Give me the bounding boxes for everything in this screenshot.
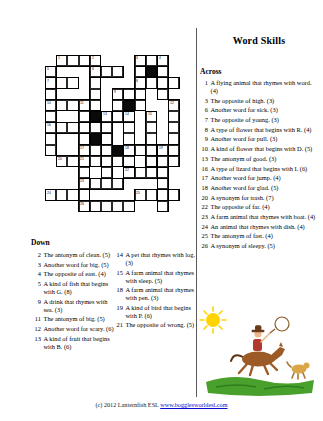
lasso-rope bbox=[270, 317, 289, 333]
clue-number: 6 bbox=[200, 106, 208, 114]
clue-item: 25The antonym of fast. (4) bbox=[200, 232, 319, 240]
grid-cell bbox=[101, 133, 112, 144]
grid-cell bbox=[101, 156, 112, 167]
clue-number: 22 bbox=[200, 203, 208, 211]
grid-cell bbox=[90, 178, 101, 189]
grid-cell: 3 bbox=[135, 55, 146, 66]
grid-cell: 17 bbox=[79, 145, 90, 156]
clue-text: A kind of fruit that begins with B. (6) bbox=[44, 335, 116, 351]
clue-number: 26 bbox=[200, 242, 208, 250]
grid-cell: 25 bbox=[135, 189, 146, 200]
grid-cell: 16 bbox=[45, 122, 56, 133]
clue-item: 20A synonym for trash. (7) bbox=[200, 194, 319, 202]
clue-item: 13A kind of fruit that begins with B. (6… bbox=[33, 335, 115, 351]
grid-cell bbox=[135, 66, 146, 77]
grid-cell bbox=[123, 133, 134, 144]
grid-cell bbox=[168, 145, 179, 156]
clue-text: A farm animal that rhymes with boat. (4) bbox=[211, 213, 320, 221]
grid-cell bbox=[101, 178, 112, 189]
grid-cell bbox=[56, 77, 67, 88]
clue-number: 10 bbox=[200, 145, 208, 153]
black-cell bbox=[123, 100, 134, 111]
grid-cell bbox=[112, 178, 123, 189]
grid-cell bbox=[146, 77, 157, 88]
grid-cell bbox=[45, 89, 56, 100]
grid-cell bbox=[56, 122, 67, 133]
clue-number: 13 bbox=[33, 335, 41, 351]
grid-cell bbox=[157, 77, 168, 88]
clue-item: 1A flying animal that rhymes with word. … bbox=[200, 79, 319, 95]
black-cell bbox=[112, 145, 123, 156]
grid-cell: 8 bbox=[135, 77, 146, 88]
cell-number: 22 bbox=[125, 168, 129, 172]
grid-cell bbox=[90, 77, 101, 88]
grid-cell: 13 bbox=[101, 111, 112, 122]
grid-cell bbox=[123, 201, 134, 212]
across-heading: Across bbox=[200, 67, 222, 76]
grid-cell: 18 bbox=[123, 145, 134, 156]
clue-text: The opposite of east. (4) bbox=[44, 270, 116, 278]
grid-cell bbox=[157, 66, 168, 77]
cell-number: 12 bbox=[170, 101, 174, 105]
clue-number: 18 bbox=[115, 286, 123, 302]
grid-cell bbox=[168, 111, 179, 122]
grid-cell bbox=[90, 156, 101, 167]
clue-item: 4The opposite of east. (4) bbox=[33, 270, 115, 278]
cell-number: 23 bbox=[80, 179, 84, 183]
cell-number: 18 bbox=[125, 146, 129, 150]
grid-cell: 5 bbox=[45, 66, 56, 77]
grid-cell bbox=[146, 145, 157, 156]
clue-item: 3The opposite of high. (3) bbox=[200, 97, 319, 105]
clue-text: A pet that rhymes with log. (3) bbox=[126, 251, 198, 267]
calf bbox=[287, 362, 310, 379]
cell-number: 19 bbox=[159, 146, 163, 150]
grid-cell bbox=[135, 100, 146, 111]
clue-number: 5 bbox=[33, 280, 41, 296]
grid-cell bbox=[146, 189, 157, 200]
clue-text: A kind of bird that begins with P. (6) bbox=[126, 304, 198, 320]
clue-number: 25 bbox=[200, 232, 208, 240]
clue-number: 19 bbox=[115, 304, 123, 320]
clue-text: The opposite of far. (4) bbox=[211, 203, 320, 211]
clue-number: 2 bbox=[33, 251, 41, 259]
clue-text: The antonym of big. (5) bbox=[44, 315, 116, 323]
clue-number: 14 bbox=[115, 251, 123, 267]
grid-cell bbox=[157, 178, 168, 189]
clue-item: 26A synonym of sleepy. (5) bbox=[200, 242, 319, 250]
grid-cell bbox=[168, 122, 179, 133]
grid-cell bbox=[79, 133, 90, 144]
copyright-text: (c) 2012 Lanternfish ESL bbox=[95, 401, 160, 408]
grid-cell bbox=[79, 111, 90, 122]
grid-cell bbox=[168, 77, 179, 88]
grid-cell bbox=[123, 156, 134, 167]
clue-number: 3 bbox=[200, 97, 208, 105]
grid-cell: 26 bbox=[79, 201, 90, 212]
grid-cell bbox=[90, 89, 101, 100]
cell-number: 10 bbox=[47, 101, 51, 105]
grid-cell: 11 bbox=[79, 100, 90, 111]
grid-cell bbox=[157, 89, 168, 100]
black-cell bbox=[90, 133, 101, 144]
clue-number: 9 bbox=[33, 298, 41, 314]
page-title: Word Skills bbox=[199, 35, 319, 46]
cell-number: 5 bbox=[47, 67, 49, 71]
clue-number: 9 bbox=[200, 135, 208, 143]
grid-cell bbox=[79, 55, 90, 66]
cell-number: 6 bbox=[92, 67, 94, 71]
grid-cell bbox=[123, 122, 134, 133]
cell-number: 1 bbox=[58, 56, 60, 60]
grid-cell bbox=[67, 100, 78, 111]
grid-cell bbox=[101, 66, 112, 77]
grid-cell: 15 bbox=[146, 111, 157, 122]
clue-item: 15A farm animal that rhymes with sleep. … bbox=[115, 269, 197, 285]
cowboy-rider bbox=[252, 325, 271, 351]
clue-item: 9A drink that rhymes with sea. (3) bbox=[33, 298, 115, 314]
grid-cell bbox=[67, 189, 78, 200]
clue-text: The opposite of young. (3) bbox=[211, 116, 320, 124]
cartoon-cowboy-image bbox=[198, 303, 320, 398]
clue-number: 12 bbox=[33, 325, 41, 333]
grid-cell bbox=[67, 156, 78, 167]
grid-cell: 12 bbox=[168, 100, 179, 111]
clue-text: Another word for big. (5) bbox=[44, 261, 116, 269]
clue-item: 18Another word for glad. (5) bbox=[200, 184, 319, 192]
clue-text: Another word for scary. (6) bbox=[44, 325, 116, 333]
grid-cell bbox=[157, 201, 168, 212]
grid-cell bbox=[45, 145, 56, 156]
grid-cell bbox=[146, 156, 157, 167]
grid-cell bbox=[101, 122, 112, 133]
grid-cell bbox=[90, 122, 101, 133]
grid-cell bbox=[101, 145, 112, 156]
clue-number: 20 bbox=[200, 194, 208, 202]
clue-item: 17Another word for jump. (4) bbox=[200, 174, 319, 182]
clue-number: 16 bbox=[200, 165, 208, 173]
clue-number: 21 bbox=[115, 321, 123, 329]
clue-text: Another word for sick. (3) bbox=[211, 106, 320, 114]
grid-cell bbox=[112, 66, 123, 77]
clue-item: 9Another word for pull. (3) bbox=[200, 135, 319, 143]
cell-number: 9 bbox=[114, 90, 116, 94]
clue-item: 3Another word for big. (5) bbox=[33, 261, 115, 269]
cell-number: 20 bbox=[58, 157, 62, 161]
clue-number: 8 bbox=[200, 126, 208, 134]
cell-number: 3 bbox=[136, 56, 138, 60]
grid-cell bbox=[90, 100, 101, 111]
grid-cell: 1 bbox=[56, 55, 67, 66]
grid-cell bbox=[157, 189, 168, 200]
clue-number: 7 bbox=[200, 116, 208, 124]
clue-item: 22The opposite of far. (4) bbox=[200, 203, 319, 211]
grid-cell bbox=[135, 167, 146, 178]
panel-divider-line bbox=[196, 28, 197, 397]
clue-number: 24 bbox=[200, 223, 208, 231]
grid-cell bbox=[146, 55, 157, 66]
cell-number: 13 bbox=[103, 112, 107, 116]
grid-cell bbox=[45, 111, 56, 122]
clue-text: A drink that rhymes with sea. (3) bbox=[44, 298, 116, 314]
grid-cell bbox=[112, 201, 123, 212]
grid-cell bbox=[79, 189, 90, 200]
cell-number: 17 bbox=[80, 146, 84, 150]
grid-cell bbox=[101, 201, 112, 212]
clue-number: 15 bbox=[115, 269, 123, 285]
footer-url-link[interactable]: www.bogglesworldesl.com bbox=[160, 401, 227, 408]
clue-item: 24An animal that rhymes with dish. (4) bbox=[200, 223, 319, 231]
black-cell bbox=[146, 66, 157, 77]
grid-cell bbox=[135, 89, 146, 100]
clue-text: The antonym of clean. (5) bbox=[44, 251, 116, 259]
clue-item: 10A kind of flower that begins with D. (… bbox=[200, 145, 319, 153]
grid-cell bbox=[45, 133, 56, 144]
clue-text: A kind of fish that begins with G. (8) bbox=[44, 280, 116, 296]
sun-icon bbox=[200, 307, 226, 333]
clue-text: A type of lizard that begins with I. (6) bbox=[211, 165, 320, 173]
grid-cell bbox=[101, 167, 112, 178]
clue-item: 14A pet that rhymes with log. (3) bbox=[115, 251, 197, 267]
cell-number: 4 bbox=[159, 56, 161, 60]
grid-cell bbox=[146, 167, 157, 178]
clue-item: 11The antonym of big. (5) bbox=[33, 315, 115, 323]
grid-cell bbox=[79, 122, 90, 133]
clue-text: A synonym for trash. (7) bbox=[211, 194, 320, 202]
clue-item: 16A type of lizard that begins with I. (… bbox=[200, 165, 319, 173]
clue-text: A farm animal that rhymes with pen. (3) bbox=[126, 286, 198, 302]
grid-cell bbox=[168, 133, 179, 144]
cell-number: 2 bbox=[92, 56, 94, 60]
clue-number: 3 bbox=[33, 261, 41, 269]
grid-cell: 7 bbox=[45, 77, 56, 88]
grid-cell: 20 bbox=[56, 156, 67, 167]
grid-cell: 21 bbox=[79, 156, 90, 167]
cell-number: 8 bbox=[136, 79, 138, 83]
grid-cell bbox=[112, 111, 123, 122]
cell-number: 24 bbox=[47, 191, 51, 195]
clue-number: 17 bbox=[200, 174, 208, 182]
clue-number: 4 bbox=[33, 270, 41, 278]
grid-cell bbox=[56, 100, 67, 111]
grid-cell: 24 bbox=[45, 189, 56, 200]
grid-cell bbox=[123, 89, 134, 100]
clue-number: 11 bbox=[33, 315, 41, 323]
grid-cell bbox=[90, 201, 101, 212]
down-clue-list-col2: 14A pet that rhymes with log. (3)15A far… bbox=[115, 251, 197, 331]
clue-text: An animal that rhymes with dish. (4) bbox=[211, 223, 320, 231]
cell-number: 16 bbox=[47, 123, 51, 127]
clue-item: 13The antonym of good. (3) bbox=[200, 155, 319, 163]
grid-cell bbox=[168, 189, 179, 200]
clue-item: 21The opposite of wrong. (5) bbox=[115, 321, 197, 329]
grid-cell bbox=[146, 122, 157, 133]
clue-item: 19A kind of bird that begins with P. (6) bbox=[115, 304, 197, 320]
grid-cell: 9 bbox=[112, 89, 123, 100]
clue-text: The opposite of high. (3) bbox=[211, 97, 320, 105]
grid-cell bbox=[168, 156, 179, 167]
grid-cell: 6 bbox=[90, 66, 101, 77]
black-cell bbox=[90, 111, 101, 122]
down-heading: Down bbox=[31, 238, 50, 247]
cell-number: 15 bbox=[148, 112, 152, 116]
cell-number: 11 bbox=[80, 101, 84, 105]
clue-text: A kind of flower that begins with D. (5) bbox=[211, 145, 320, 153]
crossword-grid: 1234567891011121314151617181920212223242… bbox=[45, 55, 181, 213]
clue-number: 1 bbox=[200, 79, 208, 95]
grid-cell bbox=[135, 145, 146, 156]
grid-cell: 23 bbox=[79, 178, 90, 189]
cell-number: 21 bbox=[80, 157, 84, 161]
clue-item: 2The antonym of clean. (5) bbox=[33, 251, 115, 259]
across-clue-list: 1A flying animal that rhymes with word. … bbox=[200, 79, 319, 252]
grid-cell bbox=[79, 167, 90, 178]
clue-text: The antonym of good. (3) bbox=[211, 155, 320, 163]
cell-number: 26 bbox=[80, 202, 84, 206]
clue-text: Another word for jump. (4) bbox=[211, 174, 320, 182]
grid-cell: 10 bbox=[45, 100, 56, 111]
grid-cell bbox=[56, 189, 67, 200]
grid-cell bbox=[112, 156, 123, 167]
grid-cell bbox=[67, 55, 78, 66]
grid-cell bbox=[146, 133, 157, 144]
clue-item: 6Another word for sick. (3) bbox=[200, 106, 319, 114]
clue-text: The opposite of wrong. (5) bbox=[126, 321, 198, 329]
grid-cell: 4 bbox=[157, 55, 168, 66]
grid-cell bbox=[90, 145, 101, 156]
clue-item: 12Another word for scary. (6) bbox=[33, 325, 115, 333]
clue-text: Another word for pull. (3) bbox=[211, 135, 320, 143]
clue-text: A synonym of sleepy. (5) bbox=[211, 242, 320, 250]
cell-number: 14 bbox=[125, 112, 129, 116]
grid-cell bbox=[157, 156, 168, 167]
clue-item: 5A kind of fish that begins with G. (8) bbox=[33, 280, 115, 296]
grid-cell: 2 bbox=[90, 55, 101, 66]
grid-cell: 14 bbox=[123, 111, 134, 122]
clue-text: A flying animal that rhymes with word. (… bbox=[211, 79, 320, 95]
grid-cell bbox=[67, 77, 78, 88]
grid-cell: 19 bbox=[157, 145, 168, 156]
clue-text: The antonym of fast. (4) bbox=[211, 232, 320, 240]
clue-number: 13 bbox=[200, 155, 208, 163]
cell-number: 7 bbox=[47, 79, 49, 83]
clue-text: Another word for glad. (5) bbox=[211, 184, 320, 192]
grid-cell bbox=[112, 100, 123, 111]
clue-item: 7The opposite of young. (3) bbox=[200, 116, 319, 124]
clue-item: 18A farm animal that rhymes with pen. (3… bbox=[115, 286, 197, 302]
grid-cell: 22 bbox=[123, 167, 134, 178]
clue-item: 23A farm animal that rhymes with boat. (… bbox=[200, 213, 319, 221]
clue-text: A type of flower that begins with R. (4) bbox=[211, 126, 320, 134]
clue-text: A farm animal that rhymes with sleep. (5… bbox=[126, 269, 198, 285]
clue-number: 23 bbox=[200, 213, 208, 221]
grid-cell bbox=[157, 167, 168, 178]
clue-item: 8A type of flower that begins with R. (4… bbox=[200, 126, 319, 134]
grid-cell bbox=[67, 122, 78, 133]
down-clue-list-col1: 2The antonym of clean. (5)3Another word … bbox=[33, 251, 115, 352]
cell-number: 25 bbox=[136, 191, 140, 195]
footer-copyright: (c) 2012 Lanternfish ESL www.bogglesworl… bbox=[0, 401, 323, 408]
clue-number: 18 bbox=[200, 184, 208, 192]
